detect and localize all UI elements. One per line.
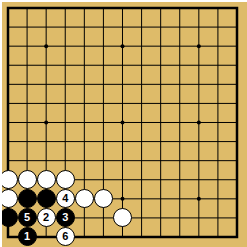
move-number-label: 6 xyxy=(62,231,68,242)
white-stone[interactable] xyxy=(113,208,132,227)
image-left-edge xyxy=(0,0,2,247)
white-stone[interactable] xyxy=(94,189,113,208)
go-board: 452316 xyxy=(0,0,246,246)
image-top-edge xyxy=(0,0,247,2)
white-stone[interactable] xyxy=(75,189,94,208)
move-number-label: 2 xyxy=(43,212,49,223)
black-stone-move-5[interactable]: 5 xyxy=(18,208,37,227)
go-board-diagram: 452316 xyxy=(0,0,247,247)
white-stone[interactable] xyxy=(56,170,75,189)
move-number-label: 5 xyxy=(24,212,30,223)
black-stone-move-1[interactable]: 1 xyxy=(18,227,37,246)
white-stone[interactable] xyxy=(18,170,37,189)
black-stone-move-3[interactable]: 3 xyxy=(56,208,75,227)
move-number-label: 4 xyxy=(62,193,68,204)
black-stone[interactable] xyxy=(18,189,37,208)
white-stone-move-2[interactable]: 2 xyxy=(37,208,56,227)
black-stone[interactable] xyxy=(37,189,56,208)
white-stone-move-4[interactable]: 4 xyxy=(56,189,75,208)
black-stone[interactable] xyxy=(0,208,18,227)
move-number-label: 3 xyxy=(62,212,68,223)
white-stone[interactable] xyxy=(0,170,18,189)
white-stone-move-6[interactable]: 6 xyxy=(56,227,75,246)
white-stone[interactable] xyxy=(37,170,56,189)
white-stone[interactable] xyxy=(0,189,18,208)
move-number-label: 1 xyxy=(24,231,30,242)
